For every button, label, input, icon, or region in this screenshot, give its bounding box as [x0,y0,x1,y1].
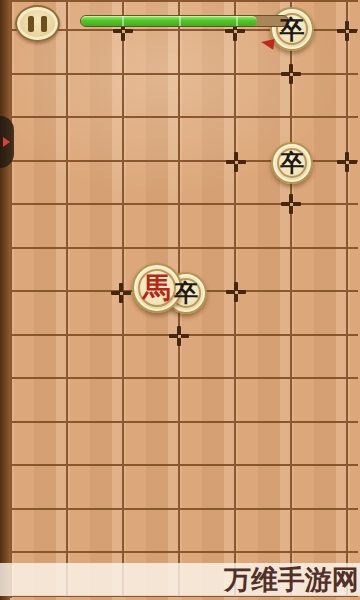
board-cell [68,75,124,119]
board-cell [68,118,124,162]
board-cell [292,466,348,510]
board-cell [12,249,68,293]
board-cell [348,205,358,249]
board-cell [12,118,68,162]
board-cell [68,162,124,206]
board-cell [180,510,236,554]
board-cell [236,336,292,380]
board-left-frame [0,0,10,600]
chevron-right-icon [3,137,10,147]
board-cell [180,205,236,249]
pause-button[interactable] [15,5,60,42]
side-drawer-handle[interactable] [0,116,14,168]
board-cell [180,466,236,510]
board-cell [348,466,358,510]
level-progress-bar [80,15,289,27]
board-cell [348,510,358,554]
game-screen: 卒卒卒馬 万维手游网 [0,0,360,600]
board-cell [68,510,124,554]
board-cell [236,466,292,510]
board-cell [292,249,348,293]
move-marker-crosshair[interactable] [281,64,301,84]
move-marker-crosshair[interactable] [226,152,246,172]
marker-center [290,73,293,76]
board-cell [12,510,68,554]
board-cell [236,510,292,554]
board-cell [292,510,348,554]
marker-center [346,161,349,164]
board-cell [180,75,236,119]
move-marker-crosshair[interactable] [281,194,301,214]
marker-center [346,30,349,33]
board-cell [12,336,68,380]
board-cell [68,336,124,380]
pause-icon [41,16,47,32]
piece-glyph: 卒 [280,151,304,175]
board-cell [12,205,68,249]
move-marker-crosshair[interactable] [169,326,189,346]
pause-icon [28,16,34,32]
board-cell [124,379,180,423]
board-cell [348,249,358,293]
move-marker-crosshair[interactable] [226,282,246,302]
marker-center [234,30,237,33]
piece-glyph: 卒 [174,281,198,305]
black-soldier-2[interactable]: 卒 [271,142,313,184]
board-cell [348,379,358,423]
board-cell [124,510,180,554]
move-marker-crosshair[interactable] [337,21,357,41]
board-cell [180,423,236,467]
board-cell [124,75,180,119]
board-cell [68,205,124,249]
board-cell [12,466,68,510]
board-cell [124,205,180,249]
move-marker-crosshair[interactable] [337,152,357,172]
board-cell [292,336,348,380]
board-cell [236,423,292,467]
board-cell [292,379,348,423]
board-cell [180,379,236,423]
board-cell [68,423,124,467]
board-cell [12,379,68,423]
board-cell [292,292,348,336]
watermark-strip: 万维手游网 [0,563,360,596]
black-soldier-1[interactable]: 卒 [270,7,314,51]
board-cell [124,466,180,510]
board-cell [348,336,358,380]
board-cell [348,75,358,119]
board-cell [348,423,358,467]
marker-center [235,291,238,294]
board-cell [124,423,180,467]
piece-glyph: 馬 [143,274,171,302]
board-cell [124,118,180,162]
piece-glyph: 卒 [280,17,305,42]
board-cell [236,379,292,423]
move-marker-crosshair[interactable] [111,283,131,303]
watermark-text: 万维手游网 [224,562,359,598]
red-flag-icon [260,37,274,50]
board-cell [12,75,68,119]
board-cell [292,423,348,467]
progress-fill [81,16,257,26]
board-cell [68,379,124,423]
board-cell [68,466,124,510]
marker-center [120,292,123,295]
board-cell [12,423,68,467]
marker-center [290,203,293,206]
board-cell [12,292,68,336]
marker-center [235,161,238,164]
marker-center [122,30,125,33]
board-cell [348,292,358,336]
marker-center [178,335,181,338]
board-cell [124,162,180,206]
board-cell [12,162,68,206]
